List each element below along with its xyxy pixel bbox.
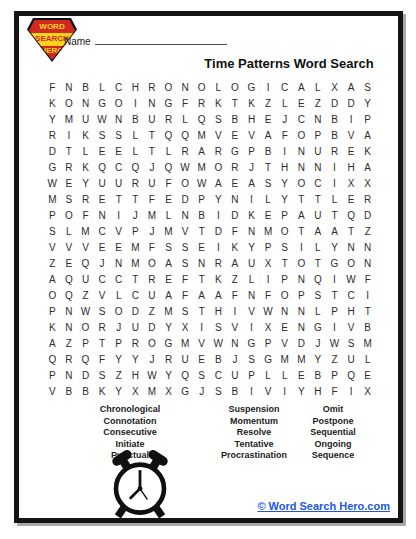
grid-cell: R — [127, 176, 144, 192]
grid-cell: S — [210, 383, 227, 399]
grid-cell: Y — [243, 239, 260, 255]
grid-cell: X — [359, 383, 376, 399]
grid-cell: F — [260, 287, 277, 303]
logo-hero-text: HERO — [29, 47, 75, 55]
grid-cell: J — [144, 351, 161, 367]
grid-cell: N — [359, 255, 376, 271]
grid-cell: S — [177, 303, 194, 319]
grid-cell: A — [44, 335, 61, 351]
grid-cell: J — [227, 351, 244, 367]
grid-cell: O — [110, 303, 127, 319]
grid-cell: F — [326, 383, 343, 399]
grid-cell: V — [210, 128, 227, 144]
grid-cell: K — [227, 239, 244, 255]
grid-cell: T — [359, 303, 376, 319]
grid-cell: I — [343, 383, 360, 399]
grid-cell: C — [110, 80, 127, 96]
grid-cell: H — [276, 160, 293, 176]
grid-cell: V — [94, 287, 111, 303]
grid-cell: O — [293, 128, 310, 144]
grid-cell: O — [77, 319, 94, 335]
grid-cell: L — [310, 303, 327, 319]
grid-cell: T — [293, 224, 310, 240]
grid-cell: T — [326, 208, 343, 224]
word-list-item: Omit — [281, 404, 385, 416]
grid-cell: E — [276, 319, 293, 335]
grid-cell: S — [160, 239, 177, 255]
grid-cell: A — [227, 255, 244, 271]
grid-cell: D — [144, 319, 161, 335]
grid-cell: E — [160, 192, 177, 208]
grid-cell: W — [210, 335, 227, 351]
grid-cell: D — [77, 367, 94, 383]
grid-cell: Q — [177, 367, 194, 383]
grid-cell: E — [94, 192, 111, 208]
grid-cell: Z — [110, 367, 127, 383]
grid-cell: N — [343, 239, 360, 255]
grid-cell: N — [110, 255, 127, 271]
grid-cell: N — [144, 96, 161, 112]
grid-cell: R — [94, 319, 111, 335]
grid-cell: F — [177, 271, 194, 287]
letter-grid: FNBLCHRONOLOGICALXASKONGOINGFRKTKZLEZDDY… — [44, 80, 376, 399]
grid-cell: M — [359, 335, 376, 351]
grid-cell: Y — [293, 383, 310, 399]
grid-cell: A — [293, 80, 310, 96]
grid-cell: M — [127, 255, 144, 271]
grid-cell: C — [310, 176, 327, 192]
grid-cell: M — [127, 239, 144, 255]
grid-cell: A — [160, 287, 177, 303]
grid-cell: T — [110, 192, 127, 208]
grid-cell: W — [343, 271, 360, 287]
grid-cell: N — [61, 367, 78, 383]
grid-cell: D — [326, 96, 343, 112]
grid-cell: W — [144, 367, 161, 383]
grid-cell: W — [193, 176, 210, 192]
grid-cell: K — [94, 383, 111, 399]
grid-cell: B — [227, 112, 244, 128]
grid-cell: A — [243, 176, 260, 192]
grid-cell: P — [310, 128, 327, 144]
grid-cell: E — [343, 144, 360, 160]
grid-cell: I — [127, 96, 144, 112]
alarm-clock-icon — [98, 448, 182, 520]
grid-cell: A — [193, 144, 210, 160]
grid-cell: K — [44, 96, 61, 112]
grid-cell: K — [77, 128, 94, 144]
grid-cell: C — [110, 271, 127, 287]
grid-cell: E — [343, 192, 360, 208]
grid-cell: T — [144, 128, 161, 144]
grid-cell: F — [160, 176, 177, 192]
word-list-item: Consecutive — [55, 427, 205, 439]
grid-cell: L — [77, 144, 94, 160]
grid-cell: Y — [276, 192, 293, 208]
grid-cell: Q — [310, 271, 327, 287]
grid-cell: R — [227, 160, 244, 176]
grid-cell: X — [260, 255, 277, 271]
grid-cell: F — [227, 287, 244, 303]
grid-cell: G — [243, 335, 260, 351]
grid-cell: G — [94, 96, 111, 112]
grid-cell: U — [77, 112, 94, 128]
grid-cell: N — [227, 192, 244, 208]
grid-cell: S — [310, 287, 327, 303]
grid-cell: P — [243, 367, 260, 383]
grid-cell: U — [110, 176, 127, 192]
grid-cell: R — [359, 192, 376, 208]
grid-cell: M — [193, 160, 210, 176]
grid-cell: E — [110, 239, 127, 255]
grid-cell: T — [310, 255, 327, 271]
grid-cell: V — [44, 239, 61, 255]
grid-cell: K — [210, 271, 227, 287]
grid-cell: R — [77, 192, 94, 208]
grid-cell: B — [193, 208, 210, 224]
grid-cell: I — [110, 208, 127, 224]
grid-cell: Q — [77, 255, 94, 271]
grid-cell: O — [61, 96, 78, 112]
grid-cell: O — [144, 255, 161, 271]
grid-cell: N — [293, 303, 310, 319]
grid-cell: K — [359, 144, 376, 160]
grid-cell: I — [243, 319, 260, 335]
grid-cell: U — [243, 255, 260, 271]
grid-cell: F — [177, 287, 194, 303]
grid-cell: Y — [310, 351, 327, 367]
grid-cell: L — [160, 208, 177, 224]
grid-cell: I — [193, 319, 210, 335]
grid-cell: Y — [77, 176, 94, 192]
grid-cell: S — [177, 239, 194, 255]
grid-cell: N — [293, 160, 310, 176]
grid-cell: I — [243, 383, 260, 399]
grid-cell: X — [160, 383, 177, 399]
grid-cell: S — [94, 367, 111, 383]
grid-cell: Y — [160, 319, 177, 335]
grid-cell: H — [343, 160, 360, 176]
grid-cell: Y — [326, 239, 343, 255]
grid-cell: O — [276, 224, 293, 240]
grid-cell: Y — [110, 351, 127, 367]
grid-cell: V — [243, 128, 260, 144]
grid-cell: V — [343, 128, 360, 144]
grid-cell: F — [276, 128, 293, 144]
grid-cell: S — [94, 128, 111, 144]
grid-cell: I — [260, 271, 277, 287]
grid-cell: Y — [110, 383, 127, 399]
grid-cell: M — [260, 224, 277, 240]
grid-cell: P — [359, 112, 376, 128]
grid-cell: J — [243, 160, 260, 176]
grid-cell: R — [127, 335, 144, 351]
grid-cell: P — [193, 192, 210, 208]
grid-cell: U — [77, 271, 94, 287]
grid-cell: O — [44, 287, 61, 303]
grid-cell: V — [61, 239, 78, 255]
grid-cell: A — [210, 176, 227, 192]
grid-cell: I — [210, 208, 227, 224]
grid-cell: R — [61, 160, 78, 176]
grid-cell: M — [177, 335, 194, 351]
grid-cell: Z — [144, 303, 161, 319]
grid-cell: O — [210, 160, 227, 176]
grid-cell: Y — [276, 176, 293, 192]
grid-cell: E — [110, 144, 127, 160]
grid-cell: E — [94, 239, 111, 255]
grid-cell: B — [127, 112, 144, 128]
grid-cell: N — [359, 239, 376, 255]
grid-cell: F — [44, 80, 61, 96]
grid-cell: L — [177, 112, 194, 128]
grid-cell: D — [177, 192, 194, 208]
grid-cell: X — [326, 80, 343, 96]
grid-cell: N — [243, 224, 260, 240]
grid-cell: C — [94, 224, 111, 240]
grid-cell: N — [61, 319, 78, 335]
grid-cell: W — [44, 176, 61, 192]
grid-cell: G — [160, 96, 177, 112]
grid-cell: Z — [359, 224, 376, 240]
grid-cell: F — [77, 208, 94, 224]
grid-cell: U — [144, 287, 161, 303]
grid-cell: N — [310, 112, 327, 128]
grid-cell: N — [61, 303, 78, 319]
grid-cell: M — [160, 303, 177, 319]
grid-cell: P — [326, 367, 343, 383]
grid-cell: V — [193, 335, 210, 351]
grid-cell: O — [227, 80, 244, 96]
grid-cell: G — [227, 144, 244, 160]
grid-cell: B — [359, 319, 376, 335]
grid-cell: K — [77, 160, 94, 176]
grid-cell: F — [177, 96, 194, 112]
grid-cell: J — [193, 383, 210, 399]
grid-cell: I — [293, 239, 310, 255]
grid-cell: P — [110, 335, 127, 351]
grid-cell: F — [144, 239, 161, 255]
grid-cell: N — [293, 271, 310, 287]
grid-cell: X — [359, 176, 376, 192]
grid-cell: Z — [61, 335, 78, 351]
grid-cell: V — [227, 319, 244, 335]
grid-cell: T — [127, 271, 144, 287]
grid-cell: T — [310, 192, 327, 208]
grid-cell: G — [310, 319, 327, 335]
grid-cell: O — [293, 255, 310, 271]
word-list-column-3: OmitPostponeSequentialOngoingSequence — [281, 404, 385, 462]
grid-cell: R — [193, 96, 210, 112]
grid-cell: C — [293, 112, 310, 128]
grid-cell: S — [210, 112, 227, 128]
grid-cell: V — [77, 239, 94, 255]
grid-cell: Q — [94, 160, 111, 176]
grid-cell: S — [44, 224, 61, 240]
grid-cell: Q — [177, 128, 194, 144]
grid-cell: G — [177, 383, 194, 399]
grid-cell: N — [77, 96, 94, 112]
grid-cell: Q — [61, 271, 78, 287]
grid-cell: D — [227, 208, 244, 224]
grid-cell: T — [343, 224, 360, 240]
word-list-item: Chronological — [55, 404, 205, 416]
grid-cell: S — [177, 255, 194, 271]
grid-cell: S — [94, 303, 111, 319]
grid-cell: S — [61, 192, 78, 208]
grid-cell: X — [343, 176, 360, 192]
grid-cell: L — [94, 80, 111, 96]
grid-cell: N — [177, 80, 194, 96]
grid-cell: C — [210, 367, 227, 383]
grid-cell: D — [44, 144, 61, 160]
grid-cell: K — [44, 319, 61, 335]
grid-cell: N — [293, 144, 310, 160]
grid-cell: E — [61, 176, 78, 192]
grid-cell: G — [160, 335, 177, 351]
grid-cell: E — [260, 112, 277, 128]
page-title: Time Patterns Word Search — [179, 56, 399, 71]
word-list-item: Sequential — [281, 427, 385, 439]
grid-cell: O — [110, 96, 127, 112]
grid-cell: J — [94, 255, 111, 271]
grid-cell: U — [144, 112, 161, 128]
grid-cell: P — [260, 335, 277, 351]
grid-cell: Q — [193, 112, 210, 128]
grid-cell: I — [276, 383, 293, 399]
worksheet-page: WORD SEARCH HERO Name Time Patterns Word… — [14, 11, 403, 523]
grid-cell: Z — [310, 96, 327, 112]
grid-cell: T — [326, 287, 343, 303]
grid-cell: V — [110, 224, 127, 240]
grid-cell: J — [110, 319, 127, 335]
grid-cell: R — [144, 80, 161, 96]
grid-cell: D — [343, 96, 360, 112]
grid-cell: L — [310, 239, 327, 255]
grid-cell: K — [243, 208, 260, 224]
grid-cell: S — [210, 319, 227, 335]
grid-cell: R — [144, 271, 161, 287]
grid-cell: F — [144, 192, 161, 208]
grid-cell: Y — [127, 351, 144, 367]
grid-cell: Y — [210, 192, 227, 208]
grid-cell: I — [359, 287, 376, 303]
grid-cell: Q — [61, 287, 78, 303]
grid-cell: L — [310, 80, 327, 96]
grid-cell: B — [326, 112, 343, 128]
grid-cell: I — [326, 160, 343, 176]
grid-cell: N — [61, 80, 78, 96]
grid-cell: B — [77, 383, 94, 399]
grid-cell: W — [326, 335, 343, 351]
grid-cell: I — [210, 239, 227, 255]
grid-cell: U — [343, 351, 360, 367]
grid-cell: K — [210, 96, 227, 112]
grid-cell: R — [177, 144, 194, 160]
grid-cell: M — [44, 192, 61, 208]
grid-cell: P — [44, 367, 61, 383]
grid-cell: I — [61, 128, 78, 144]
word-search-hero-link[interactable]: © Word Search Hero.com — [257, 500, 390, 512]
grid-cell: E — [193, 351, 210, 367]
grid-cell: I — [343, 112, 360, 128]
grid-cell: A — [160, 255, 177, 271]
grid-cell: E — [193, 239, 210, 255]
grid-cell: C — [343, 287, 360, 303]
word-list-item: Postpone — [281, 416, 385, 428]
grid-cell: F — [359, 271, 376, 287]
grid-cell: E — [260, 208, 277, 224]
grid-cell: M — [276, 351, 293, 367]
grid-cell: L — [359, 351, 376, 367]
grid-cell: A — [343, 80, 360, 96]
grid-cell: Y — [160, 367, 177, 383]
grid-cell: M — [144, 383, 161, 399]
grid-cell: M — [160, 224, 177, 240]
grid-cell: U — [127, 319, 144, 335]
grid-cell: V — [44, 383, 61, 399]
grid-cell: V — [177, 224, 194, 240]
grid-cell: L — [210, 80, 227, 96]
grid-cell: Q — [343, 367, 360, 383]
grid-cell: P — [243, 144, 260, 160]
grid-cell: D — [210, 224, 227, 240]
grid-cell: S — [193, 367, 210, 383]
grid-cell: Y — [44, 112, 61, 128]
grid-cell: O — [343, 255, 360, 271]
grid-cell: Q — [160, 160, 177, 176]
grid-cell: A — [326, 224, 343, 240]
grid-cell: A — [210, 287, 227, 303]
grid-cell: Q — [44, 351, 61, 367]
grid-cell: S — [276, 239, 293, 255]
name-blank-line — [95, 33, 227, 45]
grid-cell: U — [310, 144, 327, 160]
grid-cell: R — [61, 351, 78, 367]
grid-cell: N — [243, 287, 260, 303]
grid-cell: H — [243, 112, 260, 128]
grid-cell: D — [359, 208, 376, 224]
grid-cell: T — [94, 335, 111, 351]
grid-cell: B — [260, 144, 277, 160]
grid-cell: Y — [359, 96, 376, 112]
grid-cell: T — [193, 303, 210, 319]
grid-cell: C — [276, 80, 293, 96]
grid-cell: Z — [227, 271, 244, 287]
grid-cell: S — [359, 80, 376, 96]
grid-cell: N — [94, 208, 111, 224]
grid-cell: M — [193, 128, 210, 144]
grid-cell: V — [260, 383, 277, 399]
grid-cell: P — [44, 208, 61, 224]
grid-cell: L — [127, 128, 144, 144]
grid-cell: N — [110, 112, 127, 128]
grid-cell: M — [144, 208, 161, 224]
grid-cell: X — [127, 383, 144, 399]
grid-cell: V — [243, 303, 260, 319]
grid-cell: O — [160, 80, 177, 96]
grid-cell: T — [144, 144, 161, 160]
grid-cell: B — [61, 383, 78, 399]
grid-cell: P — [260, 239, 277, 255]
grid-cell: T — [193, 224, 210, 240]
word-list: ChronologicalConnotationConsecutiveIniti… — [19, 404, 391, 468]
grid-cell: J — [276, 112, 293, 128]
grid-cell: P — [276, 208, 293, 224]
grid-cell: R — [44, 128, 61, 144]
grid-cell: T — [293, 192, 310, 208]
grid-cell: L — [260, 367, 277, 383]
